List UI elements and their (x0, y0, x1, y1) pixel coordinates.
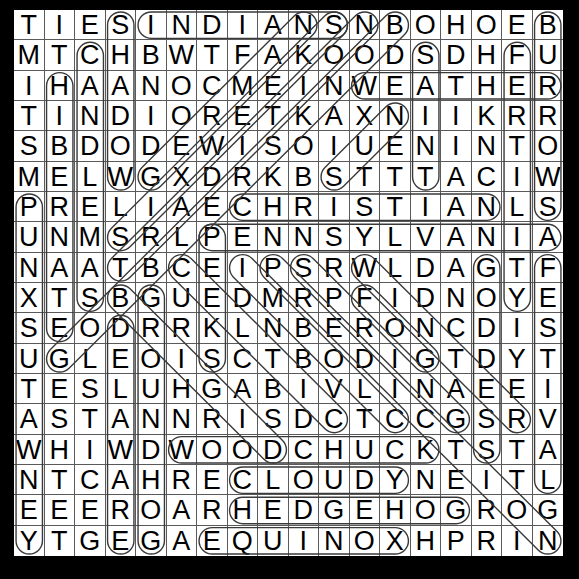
cell-r9c11: R (319, 253, 350, 283)
cell-r5c13: E (380, 131, 411, 161)
cell-r17c11: G (319, 495, 350, 525)
cell-r2c7: T (197, 40, 228, 70)
page: { "game": "word_search", "theme": "Groun… (0, 0, 579, 579)
cell-r3c5: N (136, 71, 167, 101)
cell-r8c10: N (289, 222, 320, 252)
cell-r7c7: E (197, 192, 228, 222)
cell-r15c3: I (75, 435, 106, 465)
cell-r11c6: R (167, 313, 198, 343)
cell-r7c6: A (167, 192, 198, 222)
cell-r3c15: T (441, 71, 472, 101)
cell-r4c1: T (14, 101, 45, 131)
cell-r6c10: B (289, 162, 320, 192)
cell-r14c9: S (258, 404, 289, 434)
cell-r13c10: I (289, 374, 320, 404)
cell-r11c7: K (197, 313, 228, 343)
cell-r3c6: O (167, 71, 198, 101)
cell-r2c15: D (441, 40, 472, 70)
cell-r6c17: I (502, 162, 533, 192)
cell-r2c14: S (411, 40, 442, 70)
cell-r11c8: L (228, 313, 259, 343)
letter-grid: TIESINDIANSNBOHOEBMTCHBWTFAKOODSDHFUIHAA… (14, 10, 563, 556)
cell-r17c12: E (350, 495, 381, 525)
cell-r4c10: K (289, 101, 320, 131)
cell-r17c6: A (167, 495, 198, 525)
cell-r8c18: A (533, 222, 564, 252)
cell-r9c9: P (258, 253, 289, 283)
cell-r6c15: A (441, 162, 472, 192)
cell-r7c14: I (411, 192, 442, 222)
cell-r11c3: O (75, 313, 106, 343)
cell-r8c2: N (45, 222, 76, 252)
cell-r9c12: W (350, 253, 381, 283)
cell-r16c2: T (45, 465, 76, 495)
cell-r16c6: R (167, 465, 198, 495)
cell-r5c6: E (167, 131, 198, 161)
cell-r14c7: R (197, 404, 228, 434)
cell-r12c9: T (258, 344, 289, 374)
cell-r10c14: D (411, 283, 442, 313)
cell-r10c5: G (136, 283, 167, 313)
cell-r13c18: I (533, 374, 564, 404)
cell-r16c3: C (75, 465, 106, 495)
cell-r18c10: I (289, 526, 320, 556)
cell-r10c11: P (319, 283, 350, 313)
cell-r14c17: R (502, 404, 533, 434)
cell-r10c16: O (472, 283, 503, 313)
cell-r3c3: A (75, 71, 106, 101)
cell-r5c16: N (472, 131, 503, 161)
cell-r5c5: D (136, 131, 167, 161)
cell-r13c15: A (441, 374, 472, 404)
cell-r9c4: T (106, 253, 137, 283)
cell-r5c8: I (228, 131, 259, 161)
cell-r18c1: Y (14, 526, 45, 556)
cell-r13c14: N (411, 374, 442, 404)
cell-r18c9: U (258, 526, 289, 556)
cell-r18c4: E (106, 526, 137, 556)
cell-r6c3: L (75, 162, 106, 192)
cell-r17c1: E (14, 495, 45, 525)
cell-r5c12: U (350, 131, 381, 161)
cell-r12c1: U (14, 344, 45, 374)
cell-r12c3: L (75, 344, 106, 374)
cell-r9c1: N (14, 253, 45, 283)
cell-r13c4: L (106, 374, 137, 404)
cell-r5c1: S (14, 131, 45, 161)
cell-r1c3: E (75, 10, 106, 40)
cell-r18c14: H (411, 526, 442, 556)
cell-r12c13: I (380, 344, 411, 374)
cell-r14c1: A (14, 404, 45, 434)
cell-r6c7: D (197, 162, 228, 192)
cell-r8c15: A (441, 222, 472, 252)
cell-r15c14: K (411, 435, 442, 465)
cell-r10c8: D (228, 283, 259, 313)
cell-r18c8: Q (228, 526, 259, 556)
cell-r7c11: I (319, 192, 350, 222)
cell-r1c6: N (167, 10, 198, 40)
cell-r16c1: N (14, 465, 45, 495)
cell-r16c18: L (533, 465, 564, 495)
cell-r18c13: X (380, 526, 411, 556)
cell-r12c7: S (197, 344, 228, 374)
cell-r7c1: P (14, 192, 45, 222)
cell-r6c13: T (380, 162, 411, 192)
cell-r4c7: R (197, 101, 228, 131)
cell-r17c9: E (258, 495, 289, 525)
cell-r6c5: G (136, 162, 167, 192)
cell-r14c8: I (228, 404, 259, 434)
cell-r16c4: A (106, 465, 137, 495)
cell-r14c11: C (319, 404, 350, 434)
cell-r15c17: T (502, 435, 533, 465)
cell-r5c18: O (533, 131, 564, 161)
cell-r15c16: S (472, 435, 503, 465)
cell-r1c9: A (258, 10, 289, 40)
cell-r13c12: L (350, 374, 381, 404)
cell-r3c8: M (228, 71, 259, 101)
cell-r18c6: A (167, 526, 198, 556)
cell-r17c13: H (380, 495, 411, 525)
cell-r7c12: S (350, 192, 381, 222)
cell-r16c9: L (258, 465, 289, 495)
cell-r13c8: A (228, 374, 259, 404)
cell-r18c2: T (45, 526, 76, 556)
cell-r7c13: T (380, 192, 411, 222)
cell-r7c4: L (106, 192, 137, 222)
cell-r4c15: I (441, 101, 472, 131)
cell-r15c2: H (45, 435, 76, 465)
cell-r15c13: C (380, 435, 411, 465)
cell-r4c2: I (45, 101, 76, 131)
cell-r8c4: S (106, 222, 137, 252)
cell-r15c7: O (197, 435, 228, 465)
cell-r12c18: T (533, 344, 564, 374)
cell-r12c8: C (228, 344, 259, 374)
cell-r2c3: C (75, 40, 106, 70)
cell-r16c8: C (228, 465, 259, 495)
cell-r6c14: T (411, 162, 442, 192)
cell-r14c5: N (136, 404, 167, 434)
cell-r11c5: R (136, 313, 167, 343)
cell-r6c16: C (472, 162, 503, 192)
cell-r15c6: W (167, 435, 198, 465)
cell-r9c7: E (197, 253, 228, 283)
cell-r17c16: R (472, 495, 503, 525)
cell-r10c12: F (350, 283, 381, 313)
cell-r10c1: X (14, 283, 45, 313)
cell-r1c8: I (228, 10, 259, 40)
cell-r18c12: O (350, 526, 381, 556)
cell-r14c15: G (441, 404, 472, 434)
cell-r14c14: C (411, 404, 442, 434)
cell-r3c13: E (380, 71, 411, 101)
cell-r13c1: T (14, 374, 45, 404)
cell-r4c5: I (136, 101, 167, 131)
cell-r1c18: B (533, 10, 564, 40)
cell-r11c14: N (411, 313, 442, 343)
cell-r1c5: I (136, 10, 167, 40)
cell-r12c16: D (472, 344, 503, 374)
cell-r11c9: N (258, 313, 289, 343)
cell-r2c11: O (319, 40, 350, 70)
cell-r4c9: T (258, 101, 289, 131)
cell-r10c4: B (106, 283, 137, 313)
cell-r8c6: L (167, 222, 198, 252)
cell-r6c6: X (167, 162, 198, 192)
cell-r13c11: V (319, 374, 350, 404)
cell-r16c12: D (350, 465, 381, 495)
cell-r10c17: Y (502, 283, 533, 313)
cell-r4c11: A (319, 101, 350, 131)
cell-r9c13: L (380, 253, 411, 283)
cell-r9c2: A (45, 253, 76, 283)
cell-r15c5: D (136, 435, 167, 465)
cell-r11c16: D (472, 313, 503, 343)
cell-r11c12: R (350, 313, 381, 343)
cell-r12c17: Y (502, 344, 533, 374)
cell-r3c14: A (411, 71, 442, 101)
cell-r9c8: I (228, 253, 259, 283)
cell-r3c2: H (45, 71, 76, 101)
cell-r13c6: H (167, 374, 198, 404)
cell-r9c3: A (75, 253, 106, 283)
cell-r14c18: V (533, 404, 564, 434)
cell-r9c16: G (472, 253, 503, 283)
cell-r14c4: A (106, 404, 137, 434)
cell-r14c3: T (75, 404, 106, 434)
cell-r9c10: S (289, 253, 320, 283)
cell-r5c11: I (319, 131, 350, 161)
cell-r3c11: N (319, 71, 350, 101)
cell-r6c2: E (45, 162, 76, 192)
cell-r3c16: H (472, 71, 503, 101)
cell-r16c7: E (197, 465, 228, 495)
cell-r3c4: A (106, 71, 137, 101)
cell-r12c11: O (319, 344, 350, 374)
cell-r4c13: N (380, 101, 411, 131)
cell-r10c15: N (441, 283, 472, 313)
cell-r15c12: U (350, 435, 381, 465)
cell-r6c8: R (228, 162, 259, 192)
cell-r9c6: C (167, 253, 198, 283)
cell-r10c13: I (380, 283, 411, 313)
cell-r2c4: H (106, 40, 137, 70)
cell-r11c10: B (289, 313, 320, 343)
cell-r11c17: I (502, 313, 533, 343)
cell-r7c18: S (533, 192, 564, 222)
cell-r11c4: D (106, 313, 137, 343)
cell-r2c18: U (533, 40, 564, 70)
cell-r9c15: A (441, 253, 472, 283)
cell-r16c16: I (472, 465, 503, 495)
cell-r8c12: Y (350, 222, 381, 252)
cell-r12c12: D (350, 344, 381, 374)
cell-r2c13: D (380, 40, 411, 70)
cell-r1c16: O (472, 10, 503, 40)
cell-r18c3: G (75, 526, 106, 556)
cell-r11c11: E (319, 313, 350, 343)
cell-r10c6: U (167, 283, 198, 313)
cell-r16c11: U (319, 465, 350, 495)
cell-r5c2: B (45, 131, 76, 161)
cell-r10c2: T (45, 283, 76, 313)
cell-r5c15: I (441, 131, 472, 161)
cell-r4c8: E (228, 101, 259, 131)
cell-r13c3: S (75, 374, 106, 404)
cell-r3c17: E (502, 71, 533, 101)
cell-r13c5: U (136, 374, 167, 404)
cell-r7c3: E (75, 192, 106, 222)
cell-r1c2: I (45, 10, 76, 40)
cell-r11c1: S (14, 313, 45, 343)
cell-r1c17: E (502, 10, 533, 40)
cell-r1c10: N (289, 10, 320, 40)
cell-r3c9: E (258, 71, 289, 101)
cell-r2c8: F (228, 40, 259, 70)
cell-r5c7: W (197, 131, 228, 161)
cell-r16c10: O (289, 465, 320, 495)
cell-r10c7: E (197, 283, 228, 313)
cell-r8c5: R (136, 222, 167, 252)
cell-r16c14: N (411, 465, 442, 495)
cell-r7c17: L (502, 192, 533, 222)
cell-r8c14: V (411, 222, 442, 252)
cell-r13c13: I (380, 374, 411, 404)
cell-r3c12: W (350, 71, 381, 101)
cell-r15c4: W (106, 435, 137, 465)
cell-r7c16: N (472, 192, 503, 222)
cell-r17c2: E (45, 495, 76, 525)
cell-r13c16: E (472, 374, 503, 404)
cell-r18c16: R (472, 526, 503, 556)
cell-r14c10: D (289, 404, 320, 434)
cell-r1c7: D (197, 10, 228, 40)
cell-r6c11: S (319, 162, 350, 192)
cell-r5c4: O (106, 131, 137, 161)
cell-r3c1: I (14, 71, 45, 101)
cell-r8c16: N (472, 222, 503, 252)
cell-r7c5: I (136, 192, 167, 222)
cell-r6c4: W (106, 162, 137, 192)
cell-r2c2: T (45, 40, 76, 70)
cell-r5c10: O (289, 131, 320, 161)
cell-r17c14: O (411, 495, 442, 525)
cell-r11c13: O (380, 313, 411, 343)
cell-r6c18: W (533, 162, 564, 192)
cell-r15c10: C (289, 435, 320, 465)
cell-r3c10: I (289, 71, 320, 101)
cell-r1c15: H (441, 10, 472, 40)
cell-r12c15: T (441, 344, 472, 374)
cell-r1c14: O (411, 10, 442, 40)
cell-r8c3: M (75, 222, 106, 252)
cell-r13c17: E (502, 374, 533, 404)
cell-r15c18: A (533, 435, 564, 465)
cell-r14c2: S (45, 404, 76, 434)
cell-r1c4: S (106, 10, 137, 40)
cell-r15c9: D (258, 435, 289, 465)
cell-r17c7: R (197, 495, 228, 525)
cell-r18c11: N (319, 526, 350, 556)
cell-r7c8: C (228, 192, 259, 222)
cell-r5c3: D (75, 131, 106, 161)
cell-r2c10: K (289, 40, 320, 70)
cell-r4c16: K (472, 101, 503, 131)
cell-r4c17: R (502, 101, 533, 131)
cell-r7c10: R (289, 192, 320, 222)
cell-r16c5: H (136, 465, 167, 495)
cell-r9c14: D (411, 253, 442, 283)
cell-r2c1: M (14, 40, 45, 70)
cell-r2c12: O (350, 40, 381, 70)
cell-r15c1: W (14, 435, 45, 465)
cell-r4c6: O (167, 101, 198, 131)
cell-r17c18: G (533, 495, 564, 525)
cell-r9c17: T (502, 253, 533, 283)
cell-r1c13: B (380, 10, 411, 40)
cell-r13c2: E (45, 374, 76, 404)
cell-r4c12: X (350, 101, 381, 131)
cell-r8c7: P (197, 222, 228, 252)
cell-r14c13: C (380, 404, 411, 434)
cell-r8c1: U (14, 222, 45, 252)
cell-r10c9: M (258, 283, 289, 313)
cell-r12c4: E (106, 344, 137, 374)
cell-r7c9: H (258, 192, 289, 222)
cell-r15c15: T (441, 435, 472, 465)
cell-r12c5: O (136, 344, 167, 374)
cell-r4c14: I (411, 101, 442, 131)
cell-r14c12: T (350, 404, 381, 434)
cell-r8c17: I (502, 222, 533, 252)
cell-r15c11: H (319, 435, 350, 465)
cell-r16c15: E (441, 465, 472, 495)
cell-r18c18: N (533, 526, 564, 556)
cell-r2c17: F (502, 40, 533, 70)
cell-r10c10: R (289, 283, 320, 313)
cell-r17c4: R (106, 495, 137, 525)
cell-r18c7: E (197, 526, 228, 556)
cell-r13c7: G (197, 374, 228, 404)
cell-r18c5: G (136, 526, 167, 556)
cell-r18c17: I (502, 526, 533, 556)
cell-r16c13: Y (380, 465, 411, 495)
cell-r12c2: G (45, 344, 76, 374)
cell-r16c17: T (502, 465, 533, 495)
cell-r3c7: C (197, 71, 228, 101)
cell-r17c3: E (75, 495, 106, 525)
cell-r1c12: N (350, 10, 381, 40)
cell-r12c6: I (167, 344, 198, 374)
cell-r9c18: F (533, 253, 564, 283)
cell-r1c11: S (319, 10, 350, 40)
cell-r4c3: N (75, 101, 106, 131)
cell-r2c9: A (258, 40, 289, 70)
cell-r2c6: W (167, 40, 198, 70)
cell-r6c1: M (14, 162, 45, 192)
cell-r11c2: E (45, 313, 76, 343)
cell-r14c16: S (472, 404, 503, 434)
cell-r17c8: H (228, 495, 259, 525)
cell-r6c12: T (350, 162, 381, 192)
cell-r17c10: D (289, 495, 320, 525)
cell-r5c9: S (258, 131, 289, 161)
cell-r8c11: S (319, 222, 350, 252)
cell-r14c6: N (167, 404, 198, 434)
cell-r13c9: B (258, 374, 289, 404)
